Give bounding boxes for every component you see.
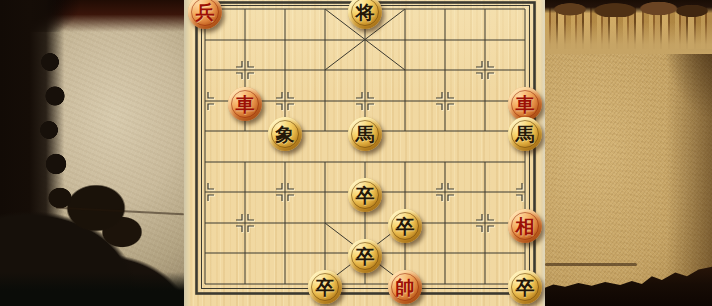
piece-glyph: 卒: [396, 217, 415, 236]
piece-glyph: 象: [276, 125, 295, 144]
dark-bottom-band: [0, 272, 184, 306]
left-background-art: [0, 0, 184, 306]
black-general-piece[interactable]: 将: [348, 0, 382, 29]
black-horse-piece[interactable]: 馬: [348, 117, 382, 151]
red-elephant-piece[interactable]: 相: [508, 209, 542, 243]
red-chariot-piece[interactable]: 車: [508, 87, 542, 121]
black-soldier-piece[interactable]: 卒: [508, 270, 542, 304]
rock-streak-line: [545, 263, 637, 266]
screenshot-root: 兵将車車象馬馬卒卒相卒卒帥卒: [0, 0, 712, 306]
piece-glyph: 卒: [516, 278, 535, 297]
black-soldier-piece[interactable]: 卒: [348, 239, 382, 273]
piece-glyph: 馬: [516, 125, 535, 144]
right-background-art: [545, 0, 712, 306]
red-general-piece[interactable]: 帥: [388, 270, 422, 304]
piece-glyph: 帥: [396, 278, 415, 297]
piece-layer: 兵将車車象馬馬卒卒相卒卒帥卒: [184, 0, 545, 306]
black-soldier-piece[interactable]: 卒: [388, 209, 422, 243]
rock-top-band: [545, 0, 712, 17]
piece-glyph: 卒: [356, 186, 375, 205]
black-horse-piece[interactable]: 馬: [508, 117, 542, 151]
streak-fade: [545, 22, 712, 54]
piece-glyph: 車: [236, 95, 255, 114]
black-soldier-piece[interactable]: 卒: [348, 178, 382, 212]
piece-glyph: 兵: [196, 3, 215, 22]
black-soldier-piece[interactable]: 卒: [308, 270, 342, 304]
piece-glyph: 馬: [356, 125, 375, 144]
black-elephant-piece[interactable]: 象: [268, 117, 302, 151]
piece-glyph: 卒: [356, 247, 375, 266]
xiangqi-board[interactable]: 兵将車車象馬馬卒卒相卒卒帥卒: [184, 0, 545, 306]
piece-glyph: 相: [516, 217, 535, 236]
red-soldier-piece[interactable]: 兵: [188, 0, 222, 29]
piece-glyph: 卒: [316, 278, 335, 297]
piece-glyph: 車: [516, 95, 535, 114]
dragon-carving: [0, 0, 184, 306]
red-chariot-piece[interactable]: 車: [228, 87, 262, 121]
piece-glyph: 将: [356, 3, 375, 22]
